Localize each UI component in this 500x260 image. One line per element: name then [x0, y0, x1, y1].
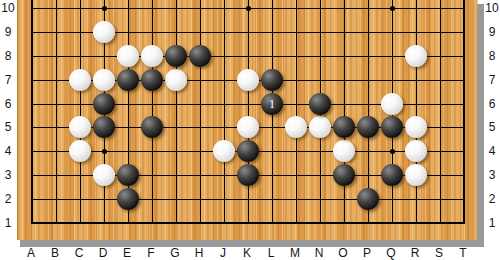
row-label-left-3: 3	[0, 168, 16, 182]
star-point-cell	[92, 139, 116, 163]
stone-black[interactable]	[117, 164, 139, 186]
row-label-right-8: 8	[484, 49, 500, 63]
go-board-diagram: 1 1010998877665544332211ABCDEFGHJKLMNOPQ…	[0, 0, 500, 260]
stone-white[interactable]	[213, 140, 235, 162]
stone-white[interactable]	[141, 45, 163, 67]
stone-black[interactable]	[237, 140, 259, 162]
stone-cell	[116, 68, 140, 92]
stone-cell	[404, 115, 428, 139]
stone-white[interactable]	[117, 45, 139, 67]
stone-cell	[236, 139, 260, 163]
column-label-N: N	[311, 246, 327, 260]
stone-white[interactable]	[405, 116, 427, 138]
row-label-right-4: 4	[484, 144, 500, 158]
stone-cell	[404, 139, 428, 163]
stone-cell	[308, 115, 332, 139]
stone-cell	[92, 115, 116, 139]
star-point	[390, 149, 395, 154]
stone-cell	[380, 92, 404, 115]
stone-black[interactable]	[117, 69, 139, 91]
stone-cell	[236, 163, 260, 187]
column-label-R: R	[407, 246, 423, 260]
stone-cell	[92, 68, 116, 92]
stone-cell	[164, 44, 188, 68]
stone-cell	[116, 187, 140, 211]
stone-cell	[260, 68, 284, 92]
row-label-right-10: 10	[484, 1, 500, 15]
stone-cell	[356, 115, 380, 139]
row-label-left-8: 8	[0, 49, 16, 63]
stone-white[interactable]	[405, 140, 427, 162]
row-label-right-5: 5	[484, 120, 500, 134]
stone-cell	[92, 163, 116, 187]
stone-cell	[404, 163, 428, 187]
row-label-left-10: 10	[0, 1, 16, 15]
stone-white[interactable]	[69, 140, 91, 162]
stone-white[interactable]	[93, 21, 115, 43]
row-label-right-1: 1	[484, 216, 500, 230]
stone-cell	[332, 115, 356, 139]
stone-white[interactable]	[405, 45, 427, 67]
stone-black[interactable]: 1	[261, 93, 283, 115]
column-label-A: A	[23, 246, 39, 260]
stone-white[interactable]	[237, 69, 259, 91]
column-label-O: O	[335, 246, 351, 260]
stone-cell	[140, 68, 164, 92]
stone-black[interactable]	[189, 45, 211, 67]
row-label-left-2: 2	[0, 192, 16, 206]
row-label-left-1: 1	[0, 216, 16, 230]
row-label-right-7: 7	[484, 73, 500, 87]
column-label-D: D	[95, 246, 111, 260]
stone-cell	[140, 115, 164, 139]
stone-cell	[236, 115, 260, 139]
row-label-right-2: 2	[484, 192, 500, 206]
star-point-cell	[92, 0, 116, 20]
star-point	[102, 149, 107, 154]
stone-white[interactable]	[405, 164, 427, 186]
stone-cell	[380, 115, 404, 139]
stone-black[interactable]	[309, 93, 331, 115]
stone-cell	[332, 163, 356, 187]
stone-white[interactable]	[93, 164, 115, 186]
stone-layer: 1	[20, 0, 476, 235]
stone-black[interactable]	[165, 45, 187, 67]
column-label-Q: Q	[383, 246, 399, 260]
star-point-cell	[236, 0, 260, 20]
stone-white[interactable]	[381, 93, 403, 115]
stone-cell	[116, 44, 140, 68]
column-label-F: F	[143, 246, 159, 260]
stone-black[interactable]	[237, 164, 259, 186]
row-label-right-9: 9	[484, 25, 500, 39]
move-number-label: 1	[269, 98, 275, 110]
stone-white[interactable]	[93, 69, 115, 91]
stone-cell	[188, 44, 212, 68]
stone-black[interactable]	[333, 164, 355, 186]
column-label-H: H	[191, 246, 207, 260]
stone-white[interactable]	[309, 116, 331, 138]
stone-cell	[68, 115, 92, 139]
stone-black[interactable]	[333, 116, 355, 138]
stone-black[interactable]	[141, 116, 163, 138]
stone-white[interactable]	[165, 69, 187, 91]
column-label-J: J	[215, 246, 231, 260]
column-label-C: C	[71, 246, 87, 260]
stone-white[interactable]	[285, 116, 307, 138]
column-label-T: T	[455, 246, 471, 260]
star-point-cell	[380, 139, 404, 163]
stone-cell	[140, 44, 164, 68]
stone-cell	[164, 68, 188, 92]
stone-cell	[356, 187, 380, 211]
column-label-K: K	[239, 246, 255, 260]
column-label-P: P	[359, 246, 375, 260]
row-label-right-6: 6	[484, 97, 500, 111]
row-label-right-3: 3	[484, 168, 500, 182]
stone-cell	[212, 139, 236, 163]
stone-cell	[68, 68, 92, 92]
stone-cell	[92, 20, 116, 44]
stone-white[interactable]	[333, 140, 355, 162]
stone-cell	[236, 68, 260, 92]
stone-black[interactable]	[357, 188, 379, 210]
stone-black[interactable]	[381, 116, 403, 138]
stone-cell	[332, 139, 356, 163]
star-point	[390, 6, 395, 11]
stone-black[interactable]	[357, 116, 379, 138]
stone-black[interactable]	[141, 69, 163, 91]
row-label-left-7: 7	[0, 73, 16, 87]
stone-black[interactable]	[117, 188, 139, 210]
column-label-E: E	[119, 246, 135, 260]
column-label-S: S	[431, 246, 447, 260]
stone-white[interactable]	[69, 69, 91, 91]
stone-black[interactable]	[261, 69, 283, 91]
stone-cell	[308, 92, 332, 115]
row-label-left-5: 5	[0, 120, 16, 134]
stone-cell	[380, 163, 404, 187]
column-label-B: B	[47, 246, 63, 260]
column-label-L: L	[263, 246, 279, 260]
stone-cell: 1	[260, 92, 284, 115]
go-board[interactable]: 1	[17, 0, 478, 240]
column-label-M: M	[287, 246, 303, 260]
row-label-left-4: 4	[0, 144, 16, 158]
star-point-cell	[380, 0, 404, 20]
stone-white[interactable]	[237, 116, 259, 138]
star-point	[102, 6, 107, 11]
stone-black[interactable]	[93, 116, 115, 138]
stone-black[interactable]	[381, 164, 403, 186]
stone-cell	[116, 163, 140, 187]
row-label-left-9: 9	[0, 25, 16, 39]
stone-cell	[68, 139, 92, 163]
stone-cell	[92, 92, 116, 115]
stone-cell	[404, 44, 428, 68]
stone-white[interactable]	[69, 116, 91, 138]
row-label-left-6: 6	[0, 97, 16, 111]
stone-black[interactable]	[93, 93, 115, 115]
column-label-G: G	[167, 246, 183, 260]
stone-cell	[284, 115, 308, 139]
star-point	[246, 6, 251, 11]
board-shadow-right	[477, 4, 484, 247]
